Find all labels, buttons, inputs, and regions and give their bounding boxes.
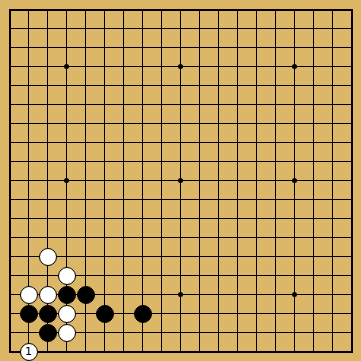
intersection[interactable] bbox=[228, 266, 247, 285]
intersection[interactable] bbox=[247, 209, 266, 228]
intersection[interactable] bbox=[76, 304, 95, 323]
intersection[interactable] bbox=[228, 171, 247, 190]
intersection[interactable] bbox=[0, 209, 19, 228]
intersection[interactable] bbox=[209, 304, 228, 323]
intersection[interactable] bbox=[247, 304, 266, 323]
intersection[interactable] bbox=[304, 304, 323, 323]
intersection[interactable] bbox=[57, 228, 76, 247]
intersection[interactable] bbox=[190, 209, 209, 228]
intersection[interactable] bbox=[228, 247, 247, 266]
intersection[interactable] bbox=[209, 0, 228, 19]
intersection[interactable] bbox=[323, 323, 342, 342]
intersection[interactable] bbox=[285, 247, 304, 266]
intersection[interactable] bbox=[209, 171, 228, 190]
intersection[interactable] bbox=[266, 266, 285, 285]
intersection[interactable] bbox=[323, 285, 342, 304]
intersection[interactable] bbox=[171, 114, 190, 133]
intersection[interactable] bbox=[209, 38, 228, 57]
intersection[interactable] bbox=[247, 114, 266, 133]
intersection[interactable] bbox=[57, 152, 76, 171]
intersection[interactable] bbox=[38, 323, 57, 342]
intersection[interactable] bbox=[152, 171, 171, 190]
intersection[interactable] bbox=[95, 285, 114, 304]
intersection[interactable] bbox=[133, 266, 152, 285]
intersection[interactable] bbox=[133, 190, 152, 209]
intersection[interactable] bbox=[323, 304, 342, 323]
intersection[interactable] bbox=[323, 133, 342, 152]
intersection[interactable] bbox=[190, 266, 209, 285]
intersection[interactable] bbox=[342, 133, 361, 152]
intersection[interactable] bbox=[19, 323, 38, 342]
intersection[interactable] bbox=[266, 19, 285, 38]
intersection[interactable] bbox=[114, 190, 133, 209]
intersection[interactable] bbox=[171, 190, 190, 209]
intersection[interactable] bbox=[38, 171, 57, 190]
intersection[interactable] bbox=[209, 95, 228, 114]
intersection[interactable] bbox=[76, 190, 95, 209]
intersection[interactable] bbox=[133, 342, 152, 361]
intersection[interactable] bbox=[323, 209, 342, 228]
intersection[interactable] bbox=[228, 133, 247, 152]
intersection[interactable] bbox=[0, 247, 19, 266]
intersection[interactable] bbox=[133, 0, 152, 19]
intersection[interactable] bbox=[342, 114, 361, 133]
intersection[interactable] bbox=[285, 114, 304, 133]
intersection[interactable] bbox=[342, 38, 361, 57]
intersection[interactable] bbox=[285, 133, 304, 152]
intersection[interactable] bbox=[152, 304, 171, 323]
intersection[interactable] bbox=[114, 247, 133, 266]
intersection[interactable] bbox=[0, 57, 19, 76]
intersection[interactable] bbox=[266, 247, 285, 266]
intersection[interactable] bbox=[247, 19, 266, 38]
intersection[interactable] bbox=[114, 323, 133, 342]
intersection[interactable] bbox=[171, 0, 190, 19]
intersection[interactable] bbox=[133, 114, 152, 133]
intersection[interactable] bbox=[114, 95, 133, 114]
intersection[interactable] bbox=[247, 57, 266, 76]
intersection[interactable] bbox=[57, 209, 76, 228]
intersection[interactable] bbox=[247, 247, 266, 266]
intersection[interactable] bbox=[342, 285, 361, 304]
intersection[interactable] bbox=[133, 171, 152, 190]
intersection[interactable] bbox=[266, 209, 285, 228]
intersection[interactable] bbox=[95, 266, 114, 285]
intersection[interactable] bbox=[95, 209, 114, 228]
intersection[interactable] bbox=[209, 228, 228, 247]
intersection[interactable] bbox=[323, 114, 342, 133]
intersection[interactable] bbox=[228, 323, 247, 342]
intersection[interactable] bbox=[285, 57, 304, 76]
intersection[interactable] bbox=[285, 171, 304, 190]
intersection[interactable] bbox=[76, 19, 95, 38]
intersection[interactable] bbox=[323, 0, 342, 19]
intersection[interactable] bbox=[95, 0, 114, 19]
intersection[interactable] bbox=[323, 95, 342, 114]
intersection[interactable] bbox=[247, 342, 266, 361]
intersection[interactable] bbox=[95, 171, 114, 190]
intersection[interactable] bbox=[38, 228, 57, 247]
intersection[interactable] bbox=[209, 152, 228, 171]
intersection[interactable] bbox=[95, 133, 114, 152]
intersection[interactable] bbox=[285, 209, 304, 228]
intersection[interactable] bbox=[76, 152, 95, 171]
intersection[interactable] bbox=[0, 0, 19, 19]
intersection[interactable] bbox=[19, 285, 38, 304]
intersection[interactable] bbox=[76, 38, 95, 57]
intersection[interactable]: 1 bbox=[19, 342, 38, 361]
intersection[interactable] bbox=[342, 247, 361, 266]
intersection[interactable] bbox=[285, 342, 304, 361]
intersection[interactable] bbox=[285, 190, 304, 209]
intersection[interactable] bbox=[76, 285, 95, 304]
intersection[interactable] bbox=[57, 247, 76, 266]
intersection[interactable] bbox=[76, 0, 95, 19]
intersection[interactable] bbox=[114, 171, 133, 190]
intersection[interactable] bbox=[0, 342, 19, 361]
intersection[interactable] bbox=[190, 76, 209, 95]
intersection[interactable] bbox=[304, 95, 323, 114]
intersection[interactable] bbox=[247, 266, 266, 285]
intersection[interactable] bbox=[209, 285, 228, 304]
intersection[interactable] bbox=[133, 133, 152, 152]
intersection[interactable] bbox=[266, 285, 285, 304]
intersection[interactable] bbox=[247, 190, 266, 209]
intersection[interactable] bbox=[323, 57, 342, 76]
intersection[interactable] bbox=[38, 0, 57, 19]
intersection[interactable] bbox=[323, 190, 342, 209]
intersection[interactable] bbox=[152, 209, 171, 228]
intersection[interactable] bbox=[76, 114, 95, 133]
intersection[interactable] bbox=[38, 247, 57, 266]
intersection[interactable] bbox=[38, 152, 57, 171]
intersection[interactable] bbox=[323, 152, 342, 171]
intersection[interactable] bbox=[133, 304, 152, 323]
intersection[interactable] bbox=[0, 228, 19, 247]
intersection[interactable] bbox=[57, 342, 76, 361]
intersection[interactable] bbox=[133, 323, 152, 342]
intersection[interactable] bbox=[209, 209, 228, 228]
intersection[interactable] bbox=[342, 304, 361, 323]
intersection[interactable] bbox=[304, 133, 323, 152]
intersection[interactable] bbox=[152, 133, 171, 152]
intersection[interactable] bbox=[247, 76, 266, 95]
intersection[interactable] bbox=[133, 57, 152, 76]
intersection[interactable] bbox=[266, 228, 285, 247]
intersection[interactable] bbox=[285, 19, 304, 38]
intersection[interactable] bbox=[228, 152, 247, 171]
intersection[interactable] bbox=[285, 76, 304, 95]
intersection[interactable] bbox=[133, 209, 152, 228]
intersection[interactable] bbox=[266, 57, 285, 76]
intersection[interactable] bbox=[76, 171, 95, 190]
intersection[interactable] bbox=[171, 285, 190, 304]
intersection[interactable] bbox=[152, 190, 171, 209]
intersection[interactable] bbox=[95, 57, 114, 76]
intersection[interactable] bbox=[228, 19, 247, 38]
intersection[interactable] bbox=[304, 190, 323, 209]
intersection[interactable] bbox=[114, 228, 133, 247]
intersection[interactable] bbox=[171, 171, 190, 190]
intersection[interactable] bbox=[171, 76, 190, 95]
intersection[interactable] bbox=[133, 95, 152, 114]
intersection[interactable] bbox=[304, 0, 323, 19]
intersection[interactable] bbox=[0, 133, 19, 152]
intersection[interactable] bbox=[285, 95, 304, 114]
intersection[interactable] bbox=[190, 114, 209, 133]
intersection[interactable] bbox=[266, 38, 285, 57]
intersection[interactable] bbox=[38, 342, 57, 361]
intersection[interactable] bbox=[57, 114, 76, 133]
intersection[interactable] bbox=[114, 0, 133, 19]
intersection[interactable] bbox=[57, 266, 76, 285]
intersection[interactable] bbox=[38, 38, 57, 57]
intersection[interactable] bbox=[76, 95, 95, 114]
intersection[interactable] bbox=[304, 323, 323, 342]
intersection[interactable] bbox=[19, 95, 38, 114]
intersection[interactable] bbox=[342, 0, 361, 19]
intersection[interactable] bbox=[95, 152, 114, 171]
intersection[interactable] bbox=[133, 228, 152, 247]
intersection[interactable] bbox=[19, 152, 38, 171]
intersection[interactable] bbox=[266, 114, 285, 133]
intersection[interactable] bbox=[228, 209, 247, 228]
intersection[interactable] bbox=[247, 285, 266, 304]
intersection[interactable] bbox=[171, 19, 190, 38]
intersection[interactable] bbox=[190, 38, 209, 57]
intersection[interactable] bbox=[323, 76, 342, 95]
intersection[interactable] bbox=[0, 38, 19, 57]
intersection[interactable] bbox=[247, 0, 266, 19]
intersection[interactable] bbox=[152, 19, 171, 38]
intersection[interactable] bbox=[19, 38, 38, 57]
intersection[interactable] bbox=[190, 323, 209, 342]
intersection[interactable] bbox=[171, 57, 190, 76]
intersection[interactable] bbox=[342, 19, 361, 38]
intersection[interactable] bbox=[152, 323, 171, 342]
intersection[interactable] bbox=[38, 266, 57, 285]
intersection[interactable] bbox=[57, 19, 76, 38]
intersection[interactable] bbox=[95, 190, 114, 209]
intersection[interactable] bbox=[323, 247, 342, 266]
intersection[interactable] bbox=[304, 19, 323, 38]
intersection[interactable] bbox=[76, 247, 95, 266]
intersection[interactable] bbox=[0, 266, 19, 285]
intersection[interactable] bbox=[38, 114, 57, 133]
intersection[interactable] bbox=[152, 76, 171, 95]
intersection[interactable] bbox=[95, 342, 114, 361]
intersection[interactable] bbox=[38, 190, 57, 209]
intersection[interactable] bbox=[190, 190, 209, 209]
intersection[interactable] bbox=[133, 152, 152, 171]
intersection[interactable] bbox=[76, 342, 95, 361]
intersection[interactable] bbox=[266, 304, 285, 323]
intersection[interactable] bbox=[266, 76, 285, 95]
intersection[interactable] bbox=[323, 266, 342, 285]
intersection[interactable] bbox=[0, 304, 19, 323]
intersection[interactable] bbox=[285, 228, 304, 247]
intersection[interactable] bbox=[0, 114, 19, 133]
intersection[interactable] bbox=[285, 38, 304, 57]
intersection[interactable] bbox=[95, 247, 114, 266]
intersection[interactable] bbox=[57, 285, 76, 304]
intersection[interactable] bbox=[38, 304, 57, 323]
intersection[interactable] bbox=[228, 38, 247, 57]
intersection[interactable] bbox=[0, 95, 19, 114]
intersection[interactable] bbox=[76, 133, 95, 152]
intersection[interactable] bbox=[247, 323, 266, 342]
intersection[interactable] bbox=[114, 152, 133, 171]
intersection[interactable] bbox=[19, 190, 38, 209]
intersection[interactable] bbox=[285, 304, 304, 323]
intersection[interactable] bbox=[342, 209, 361, 228]
intersection[interactable] bbox=[190, 342, 209, 361]
intersection[interactable] bbox=[19, 209, 38, 228]
intersection[interactable] bbox=[114, 38, 133, 57]
intersection[interactable] bbox=[133, 19, 152, 38]
intersection[interactable] bbox=[95, 95, 114, 114]
intersection[interactable] bbox=[171, 266, 190, 285]
intersection[interactable] bbox=[57, 323, 76, 342]
intersection[interactable] bbox=[190, 304, 209, 323]
intersection[interactable] bbox=[209, 114, 228, 133]
intersection[interactable] bbox=[304, 342, 323, 361]
intersection[interactable] bbox=[19, 76, 38, 95]
intersection[interactable] bbox=[19, 304, 38, 323]
intersection[interactable] bbox=[190, 57, 209, 76]
intersection[interactable] bbox=[304, 228, 323, 247]
intersection[interactable] bbox=[228, 285, 247, 304]
intersection[interactable] bbox=[190, 95, 209, 114]
intersection[interactable] bbox=[152, 285, 171, 304]
intersection[interactable] bbox=[209, 247, 228, 266]
intersection[interactable] bbox=[19, 247, 38, 266]
intersection[interactable] bbox=[228, 95, 247, 114]
intersection[interactable] bbox=[209, 342, 228, 361]
intersection[interactable] bbox=[95, 323, 114, 342]
intersection[interactable] bbox=[0, 190, 19, 209]
intersection[interactable] bbox=[76, 323, 95, 342]
intersection[interactable] bbox=[152, 342, 171, 361]
intersection[interactable] bbox=[114, 114, 133, 133]
intersection[interactable] bbox=[285, 266, 304, 285]
intersection[interactable] bbox=[323, 171, 342, 190]
intersection[interactable] bbox=[266, 133, 285, 152]
intersection[interactable] bbox=[266, 95, 285, 114]
intersection[interactable] bbox=[152, 228, 171, 247]
intersection[interactable] bbox=[76, 209, 95, 228]
intersection[interactable] bbox=[323, 228, 342, 247]
intersection[interactable] bbox=[57, 304, 76, 323]
intersection[interactable] bbox=[209, 190, 228, 209]
intersection[interactable] bbox=[304, 38, 323, 57]
intersection[interactable] bbox=[285, 323, 304, 342]
intersection[interactable] bbox=[57, 95, 76, 114]
intersection[interactable] bbox=[133, 247, 152, 266]
intersection[interactable] bbox=[57, 133, 76, 152]
intersection[interactable] bbox=[190, 133, 209, 152]
intersection[interactable] bbox=[228, 76, 247, 95]
intersection[interactable] bbox=[76, 76, 95, 95]
intersection[interactable] bbox=[342, 228, 361, 247]
intersection[interactable] bbox=[57, 38, 76, 57]
intersection[interactable] bbox=[342, 76, 361, 95]
intersection[interactable] bbox=[38, 95, 57, 114]
intersection[interactable] bbox=[190, 152, 209, 171]
intersection[interactable] bbox=[152, 152, 171, 171]
intersection[interactable] bbox=[0, 285, 19, 304]
intersection[interactable] bbox=[114, 285, 133, 304]
intersection[interactable] bbox=[247, 171, 266, 190]
intersection[interactable] bbox=[323, 38, 342, 57]
intersection[interactable] bbox=[0, 323, 19, 342]
intersection[interactable] bbox=[114, 57, 133, 76]
intersection[interactable] bbox=[304, 57, 323, 76]
intersection[interactable] bbox=[57, 76, 76, 95]
intersection[interactable] bbox=[228, 190, 247, 209]
intersection[interactable] bbox=[209, 323, 228, 342]
intersection[interactable] bbox=[190, 19, 209, 38]
intersection[interactable] bbox=[38, 19, 57, 38]
intersection[interactable] bbox=[95, 228, 114, 247]
intersection[interactable] bbox=[209, 76, 228, 95]
intersection[interactable] bbox=[228, 57, 247, 76]
intersection[interactable] bbox=[0, 171, 19, 190]
intersection[interactable] bbox=[19, 171, 38, 190]
intersection[interactable] bbox=[38, 76, 57, 95]
intersection[interactable] bbox=[342, 152, 361, 171]
intersection[interactable] bbox=[266, 342, 285, 361]
intersection[interactable] bbox=[95, 38, 114, 57]
intersection[interactable] bbox=[304, 247, 323, 266]
intersection[interactable] bbox=[285, 0, 304, 19]
intersection[interactable] bbox=[342, 266, 361, 285]
intersection[interactable] bbox=[152, 38, 171, 57]
intersection[interactable] bbox=[171, 38, 190, 57]
intersection[interactable] bbox=[171, 304, 190, 323]
intersection[interactable] bbox=[228, 304, 247, 323]
intersection[interactable] bbox=[342, 171, 361, 190]
intersection[interactable] bbox=[19, 57, 38, 76]
intersection[interactable] bbox=[171, 152, 190, 171]
intersection[interactable] bbox=[247, 152, 266, 171]
intersection[interactable] bbox=[114, 76, 133, 95]
intersection[interactable] bbox=[209, 133, 228, 152]
intersection[interactable] bbox=[190, 247, 209, 266]
intersection[interactable] bbox=[152, 57, 171, 76]
intersection[interactable] bbox=[133, 285, 152, 304]
intersection[interactable] bbox=[247, 95, 266, 114]
intersection[interactable] bbox=[114, 133, 133, 152]
intersection[interactable] bbox=[171, 342, 190, 361]
intersection[interactable] bbox=[76, 57, 95, 76]
intersection[interactable] bbox=[38, 285, 57, 304]
intersection[interactable] bbox=[209, 266, 228, 285]
intersection[interactable] bbox=[285, 152, 304, 171]
intersection[interactable] bbox=[57, 190, 76, 209]
intersection[interactable] bbox=[152, 95, 171, 114]
intersection[interactable] bbox=[114, 342, 133, 361]
intersection[interactable] bbox=[0, 76, 19, 95]
intersection[interactable] bbox=[19, 266, 38, 285]
intersection[interactable] bbox=[266, 152, 285, 171]
intersection[interactable] bbox=[342, 342, 361, 361]
intersection[interactable] bbox=[342, 57, 361, 76]
intersection[interactable] bbox=[228, 228, 247, 247]
intersection[interactable] bbox=[190, 0, 209, 19]
intersection[interactable] bbox=[190, 228, 209, 247]
intersection[interactable] bbox=[152, 0, 171, 19]
